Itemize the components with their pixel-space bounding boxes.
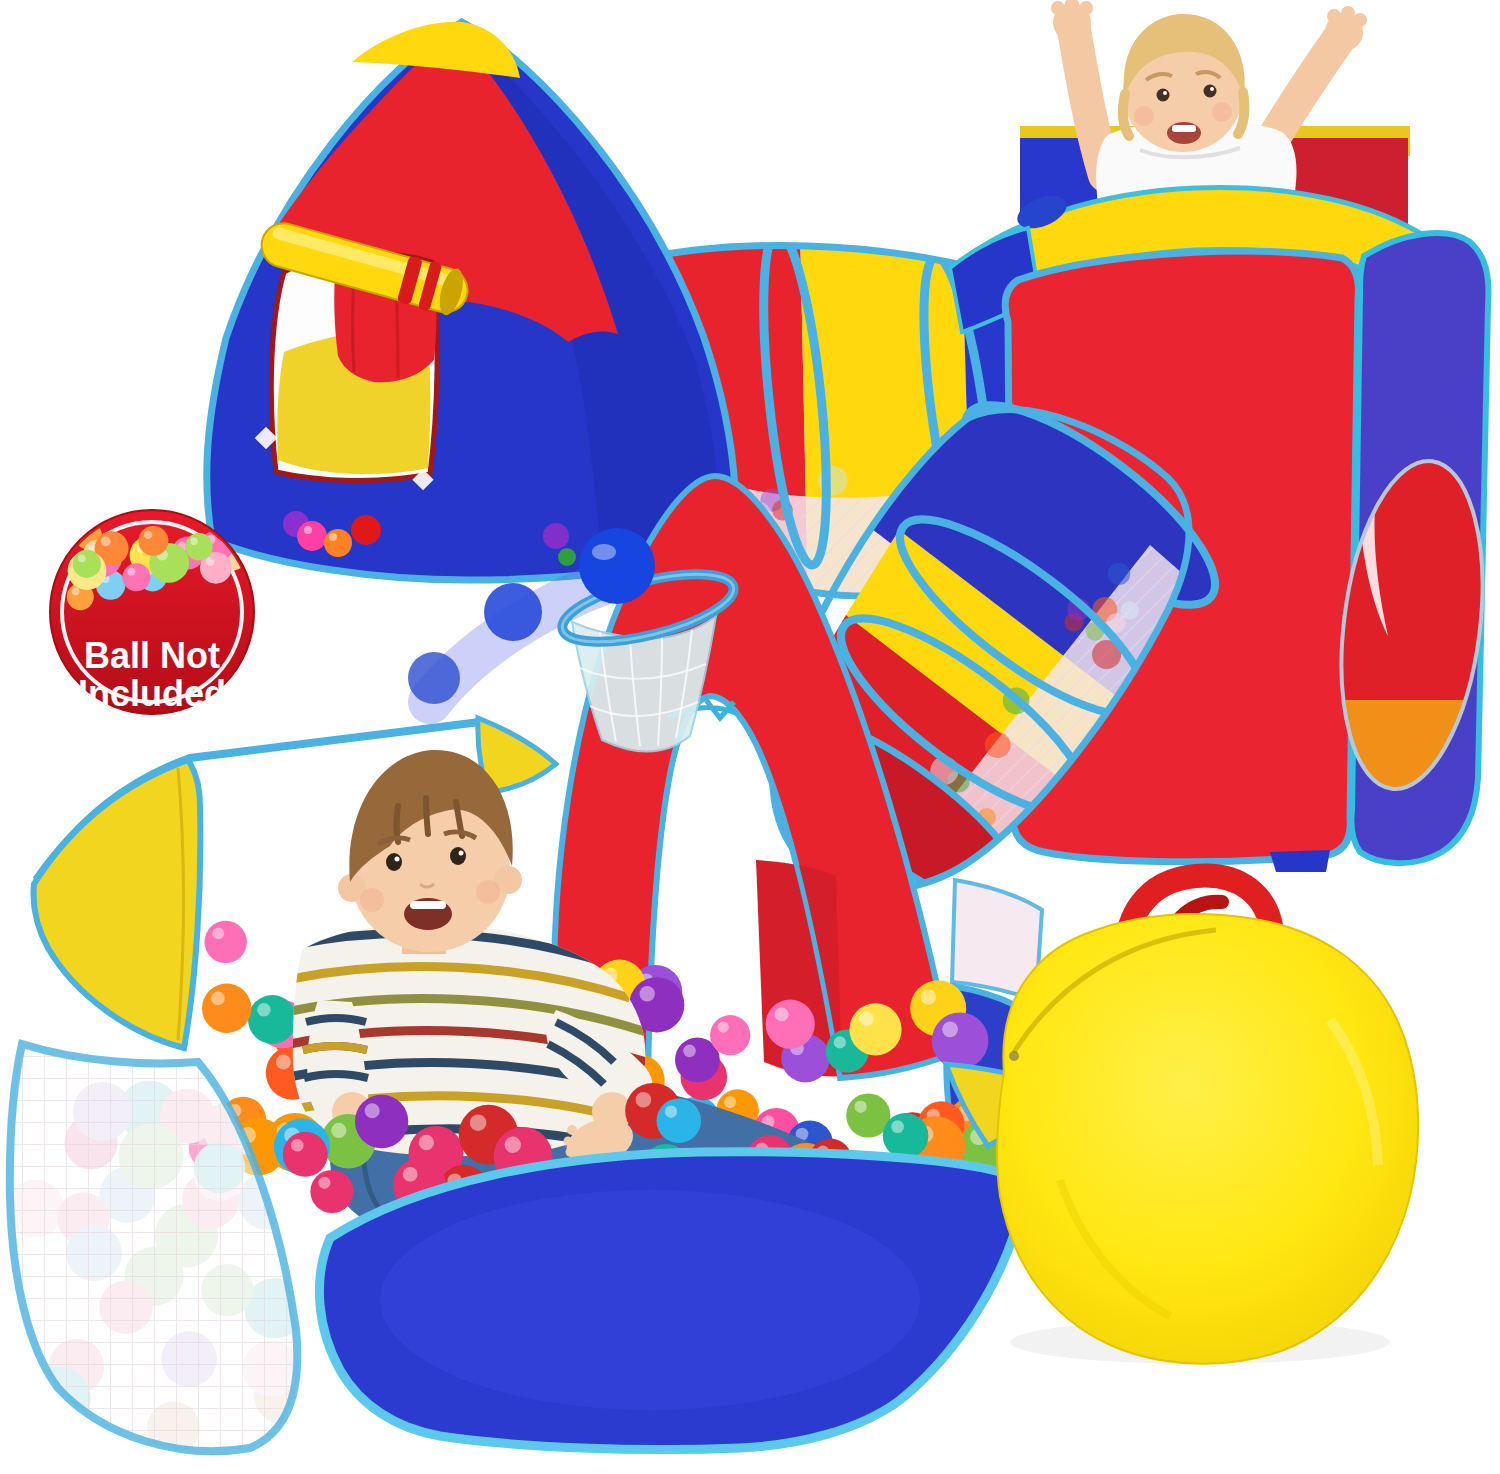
- ball-sheen: [212, 928, 224, 940]
- eye-glint: [395, 857, 400, 862]
- ball: [122, 563, 150, 591]
- ball: [283, 1132, 328, 1177]
- blue-ball: [579, 528, 655, 604]
- ball-sheen: [891, 1120, 904, 1133]
- sleeve-stripe: [303, 1046, 367, 1050]
- ball-sheen: [291, 1139, 304, 1152]
- trail-ball: [484, 583, 542, 641]
- ball-sheen: [276, 1055, 291, 1070]
- ball-sheen: [304, 526, 312, 534]
- panel-sheen: [380, 1190, 920, 1410]
- ball-sheen: [257, 1003, 271, 1017]
- ball: [657, 1098, 702, 1143]
- tent-pyramid: [207, 22, 736, 580]
- ball-sheen: [206, 557, 215, 566]
- trail-ball: [408, 652, 460, 704]
- ball: [138, 526, 168, 556]
- eye-glint: [1210, 87, 1214, 91]
- ball-sheen: [329, 533, 337, 541]
- ball: [73, 550, 101, 578]
- ball-not-included-badge: Ball Not Included: [50, 510, 254, 714]
- ball-sheen: [128, 568, 136, 576]
- ball: [932, 1012, 989, 1069]
- toddler-cheek: [476, 880, 500, 904]
- ball-sheen: [72, 588, 80, 596]
- ball: [710, 1015, 750, 1055]
- product-photo: Ball Not Included: [0, 0, 1500, 1474]
- toddler-eye: [450, 847, 466, 865]
- ball-sheen: [859, 1012, 874, 1027]
- ball: [1108, 563, 1130, 585]
- ball-sheen: [854, 1101, 866, 1113]
- toe: [566, 1148, 575, 1157]
- ball-sheen: [144, 531, 152, 539]
- ball: [849, 1003, 901, 1055]
- ball: [355, 1095, 408, 1148]
- cube-bottom-sliver: [1270, 850, 1330, 872]
- ball-sheen: [470, 1114, 487, 1131]
- toddler-eye: [386, 853, 402, 871]
- ball-sheen: [724, 1096, 736, 1108]
- ball-sheen: [365, 1103, 380, 1118]
- ball: [310, 1170, 353, 1213]
- ball: [766, 1000, 815, 1049]
- ball: [558, 548, 576, 566]
- ball-sheen: [921, 989, 937, 1005]
- ball-sheen: [683, 1045, 696, 1058]
- child-right-hand: [1325, 6, 1367, 51]
- ball-sheen: [211, 992, 225, 1006]
- pit-mesh-panel: [6, 1044, 314, 1454]
- ball: [985, 732, 1011, 758]
- ball: [543, 523, 569, 549]
- child-eye: [1157, 89, 1170, 102]
- child-eye: [1204, 85, 1217, 98]
- ball: [205, 921, 247, 963]
- ball-sheen: [190, 538, 198, 546]
- ball: [324, 529, 352, 557]
- ball-sheen: [101, 537, 111, 547]
- ball-sheen: [592, 544, 616, 560]
- pit-yellow-panel: [34, 760, 201, 1048]
- badge-text-line2: Included: [78, 673, 226, 714]
- ball: [248, 995, 297, 1044]
- ball-sheen: [640, 986, 655, 1001]
- ball-sheen: [419, 1135, 434, 1150]
- ball-sheen: [834, 1036, 846, 1048]
- ball-sheen: [331, 1123, 346, 1138]
- child-cheek: [1212, 102, 1232, 122]
- ball-sheen: [403, 1167, 418, 1182]
- ball-sheen: [775, 1008, 789, 1022]
- ball-sheen: [636, 1092, 652, 1108]
- ball: [202, 984, 251, 1033]
- product-photo-stage: Ball Not Included: [0, 0, 1500, 1474]
- toddler-cheek: [360, 888, 384, 912]
- child-teeth: [1172, 125, 1196, 132]
- toe: [564, 1137, 573, 1146]
- toddler-teeth: [410, 901, 446, 909]
- ball-sheen: [318, 1177, 330, 1189]
- child-cheek: [1134, 106, 1154, 126]
- carry-bag: [997, 876, 1418, 1364]
- ball-sheen: [942, 1021, 958, 1037]
- ball: [351, 515, 381, 545]
- ball-sheen: [78, 554, 86, 562]
- toe: [567, 1125, 577, 1135]
- bag-body: [997, 914, 1418, 1364]
- ball: [297, 521, 327, 551]
- ball-sheen: [665, 1106, 677, 1118]
- ball: [883, 1113, 929, 1159]
- ball-sheen: [718, 1022, 729, 1033]
- ball: [185, 533, 212, 560]
- eye-glint: [459, 851, 464, 856]
- eye-glint: [1163, 91, 1167, 95]
- ball-sheen: [505, 1137, 521, 1153]
- badge-text-line1: Ball Not: [84, 635, 220, 676]
- zipper-pull: [1009, 1051, 1019, 1061]
